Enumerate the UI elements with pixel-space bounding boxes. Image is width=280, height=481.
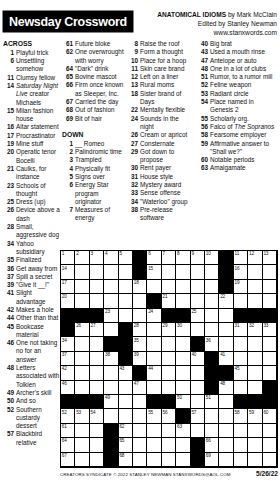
grid-cell[interactable] xyxy=(147,453,161,467)
down-clue-54: 54Place named in Genesis 2 xyxy=(197,98,277,115)
grid-cell[interactable] xyxy=(147,323,161,337)
grid-cell[interactable]: 3 xyxy=(90,251,104,265)
grid-cell[interactable] xyxy=(119,280,133,294)
grid-cell[interactable] xyxy=(176,381,190,395)
clue-number: 8 xyxy=(127,40,140,48)
grid-cell[interactable] xyxy=(205,424,219,438)
clue-number: 67 xyxy=(62,98,75,106)
grid-cell[interactable]: 47 xyxy=(133,381,147,395)
clue-number: 29 xyxy=(127,148,140,156)
grid-cell[interactable] xyxy=(205,323,219,337)
block-cell xyxy=(219,366,233,380)
grid-cell[interactable] xyxy=(248,352,262,366)
clue-number: 62 xyxy=(62,48,75,56)
grid-cell[interactable]: 17 xyxy=(61,280,75,294)
grid-cell[interactable] xyxy=(176,352,190,366)
puzzle-author: by Mark McClain xyxy=(226,11,277,18)
down-clue-55: 55Scholarly org. xyxy=(197,115,277,123)
grid-cell[interactable] xyxy=(234,381,248,395)
grid-cell[interactable] xyxy=(90,352,104,366)
cell-number: 8 xyxy=(177,251,179,256)
clue-number: 34 xyxy=(3,240,16,248)
cell-number: 16 xyxy=(235,266,240,271)
clue-number: 27 xyxy=(127,140,140,148)
across-clue-44: 44Other than that xyxy=(3,314,60,322)
across-clue-23: 23Schools of thought xyxy=(3,182,60,199)
block-cell xyxy=(147,294,161,308)
grid-cell[interactable] xyxy=(90,280,104,294)
grid-cell[interactable] xyxy=(133,294,147,308)
grid-cell[interactable]: 53 xyxy=(75,409,89,423)
grid-cell[interactable] xyxy=(104,366,118,380)
grid-cell[interactable] xyxy=(248,280,262,294)
grid-cell[interactable] xyxy=(133,424,147,438)
grid-cell[interactable]: 69 xyxy=(205,453,219,467)
grid-cell[interactable] xyxy=(162,337,176,351)
crossword-grid[interactable]: 1234567891011121314151617181920212223242… xyxy=(60,250,278,468)
grid-cell[interactable] xyxy=(75,337,89,351)
grid-cell[interactable] xyxy=(248,381,262,395)
grid-cell[interactable] xyxy=(248,438,262,452)
grid-cell[interactable] xyxy=(219,309,233,323)
clue-number: 5 xyxy=(62,173,75,181)
cell-number: 18 xyxy=(134,280,139,285)
puzzle-date: 5/26/22 xyxy=(256,470,278,477)
cell-number: 28 xyxy=(134,323,139,328)
grid-cell[interactable]: 61 xyxy=(61,424,75,438)
grid-cell[interactable]: 14 xyxy=(61,265,75,279)
grid-cell[interactable]: 12 xyxy=(248,251,262,265)
grid-cell[interactable]: 60 xyxy=(263,409,277,423)
grid-cell[interactable]: 7 xyxy=(162,251,176,265)
down-clue-31: 31House style xyxy=(127,173,193,181)
grid-cell[interactable]: 6 xyxy=(147,251,161,265)
grid-cell[interactable] xyxy=(90,265,104,279)
grid-cell[interactable]: 48 xyxy=(219,381,233,395)
grid-cell[interactable] xyxy=(176,337,190,351)
grid-cell[interactable]: 33 xyxy=(263,323,277,337)
cell-number: 38 xyxy=(105,352,110,357)
grid-cell[interactable] xyxy=(147,280,161,294)
masthead: Newsday Crossword xyxy=(2,10,134,33)
grid-cell[interactable]: 16 xyxy=(234,265,248,279)
grid-cell[interactable] xyxy=(75,381,89,395)
grid-cell[interactable]: 23 xyxy=(104,309,118,323)
clue-number: 35 xyxy=(3,256,16,264)
grid-cell[interactable] xyxy=(162,381,176,395)
clue-number: 25 xyxy=(3,198,16,206)
across-clue-50: 50And so xyxy=(3,397,60,405)
grid-cell[interactable] xyxy=(219,424,233,438)
grid-cell[interactable]: 24 xyxy=(147,309,161,323)
across-clue-34: 34Yahoo subsidiary xyxy=(3,240,60,257)
grid-cell[interactable] xyxy=(104,381,118,395)
grid-cell[interactable] xyxy=(90,366,104,380)
grid-cell[interactable] xyxy=(162,424,176,438)
block-cell xyxy=(61,395,75,409)
grid-cell[interactable]: 51 xyxy=(205,395,219,409)
grid-cell[interactable]: 15 xyxy=(147,265,161,279)
grid-cell[interactable] xyxy=(191,395,205,409)
clue-number: 6 xyxy=(3,57,16,65)
block-cell xyxy=(176,309,190,323)
grid-cell[interactable] xyxy=(119,381,133,395)
down-clue-59: 59Affirmative answer to "Shall we?" xyxy=(197,140,277,157)
clue-number: 20 xyxy=(3,148,16,156)
grid-cell[interactable] xyxy=(219,337,233,351)
grid-cell[interactable] xyxy=(191,265,205,279)
block-cell xyxy=(191,337,205,351)
cell-number: 69 xyxy=(206,453,211,458)
grid-cell[interactable] xyxy=(104,280,118,294)
grid-cell[interactable] xyxy=(263,337,277,351)
grid-cell[interactable] xyxy=(191,323,205,337)
grid-cell[interactable]: 32 xyxy=(248,323,262,337)
grid-cell[interactable]: 62 xyxy=(119,424,133,438)
grid-cell[interactable] xyxy=(147,337,161,351)
grid-cell[interactable]: 5 xyxy=(119,251,133,265)
grid-cell[interactable]: 36 xyxy=(205,337,219,351)
grid-cell[interactable] xyxy=(162,438,176,452)
clue-number: 26 xyxy=(3,206,16,214)
grid-cell[interactable] xyxy=(263,280,277,294)
grid-cell[interactable] xyxy=(263,424,277,438)
grid-cell[interactable] xyxy=(205,409,219,423)
cell-number: 15 xyxy=(148,266,153,271)
grid-cell[interactable] xyxy=(234,352,248,366)
grid-cell[interactable] xyxy=(162,453,176,467)
cell-number: 14 xyxy=(62,266,67,271)
grid-cell[interactable] xyxy=(234,424,248,438)
grid-cell[interactable] xyxy=(90,294,104,308)
block-cell xyxy=(176,409,190,423)
grid-cell[interactable] xyxy=(147,424,161,438)
cell-number: 39 xyxy=(134,352,139,357)
cell-number: 33 xyxy=(263,323,268,328)
across-clue-57: 57Blackbird relative xyxy=(3,430,60,447)
grid-cell[interactable] xyxy=(205,280,219,294)
grid-cell[interactable] xyxy=(263,453,277,467)
down-clue-33: 33Sense offense xyxy=(127,189,193,197)
grid-cell[interactable] xyxy=(191,366,205,380)
cell-number: 29 xyxy=(163,323,168,328)
grid-cell[interactable]: 68 xyxy=(119,453,133,467)
down-clue-27: 27Consternate xyxy=(127,140,193,148)
clue-number: 48 xyxy=(3,364,16,372)
grid-cell[interactable]: 59 xyxy=(248,409,262,423)
grid-cell[interactable] xyxy=(162,366,176,380)
grid-cell[interactable] xyxy=(234,453,248,467)
down-clue-1: 1__ Romeo xyxy=(62,140,125,148)
cell-number: 9 xyxy=(191,251,193,256)
grid-cell[interactable]: 20 xyxy=(61,294,75,308)
grid-cell[interactable] xyxy=(90,424,104,438)
grid-cell[interactable] xyxy=(75,438,89,452)
masthead-title: Newsday Crossword xyxy=(9,15,127,29)
down-clue-32: 32Mystery award xyxy=(127,181,193,189)
grid-cell[interactable] xyxy=(176,438,190,452)
clue-number: 1 xyxy=(62,140,75,148)
grid-cell[interactable] xyxy=(219,323,233,337)
puzzle-title: ANATOMICAL IDIOMS xyxy=(157,11,226,18)
grid-cell[interactable] xyxy=(191,294,205,308)
down-clue-2: 2Palindromic time xyxy=(62,148,125,156)
block-cell xyxy=(263,381,277,395)
grid-cell[interactable] xyxy=(104,323,118,337)
grid-cell[interactable] xyxy=(119,309,133,323)
grid-cell[interactable] xyxy=(90,438,104,452)
grid-cell[interactable] xyxy=(219,453,233,467)
grid-cell[interactable] xyxy=(133,438,147,452)
grid-cell[interactable] xyxy=(133,309,147,323)
down-clue-10: 10Place for a hoop xyxy=(127,57,193,65)
grid-cell[interactable] xyxy=(248,265,262,279)
grid-cell[interactable] xyxy=(104,409,118,423)
across-clue-6: 6Unsettling somehow xyxy=(3,57,60,74)
cell-number: 19 xyxy=(235,280,240,285)
grid-cell[interactable]: 56 xyxy=(162,409,176,423)
grid-cell[interactable]: 42 xyxy=(61,366,75,380)
grid-cell[interactable]: 27 xyxy=(90,323,104,337)
across-header: ACROSS xyxy=(3,40,60,48)
grid-cell[interactable]: 21 xyxy=(162,294,176,308)
grid-cell[interactable]: 2 xyxy=(75,251,89,265)
grid-cell[interactable] xyxy=(205,265,219,279)
grid-cell[interactable]: 26 xyxy=(75,323,89,337)
grid-cell[interactable] xyxy=(191,280,205,294)
grid-cell[interactable] xyxy=(119,265,133,279)
grid-cell[interactable]: 11 xyxy=(234,251,248,265)
cell-number: 7 xyxy=(163,251,165,256)
grid-cell[interactable] xyxy=(119,294,133,308)
grid-cell[interactable] xyxy=(205,294,219,308)
cell-number: 11 xyxy=(235,251,239,256)
grid-cell[interactable] xyxy=(75,265,89,279)
clue-number: 39 xyxy=(3,281,16,289)
across-clue-14: 14Saturday Night Live creator Michaels xyxy=(3,82,60,107)
grid-cell[interactable]: 40 xyxy=(191,352,205,366)
block-cell xyxy=(61,309,75,323)
grid-cell[interactable] xyxy=(263,294,277,308)
grid-cell[interactable] xyxy=(191,381,205,395)
down-clue-58: 58Fearsome employer xyxy=(197,131,277,139)
clue-column-2: 61Future bloke62One overwrought with wor… xyxy=(62,40,125,223)
block-cell xyxy=(104,438,118,452)
grid-cell[interactable] xyxy=(133,409,147,423)
block-cell xyxy=(234,395,248,409)
clue-number: 24 xyxy=(127,115,140,123)
grid-cell[interactable]: 57 xyxy=(191,409,205,423)
grid-cell[interactable]: 54 xyxy=(90,409,104,423)
grid-cell[interactable]: 43 xyxy=(119,366,133,380)
clue-number: 30 xyxy=(127,164,140,172)
cell-number: 27 xyxy=(91,323,96,328)
grid-cell[interactable]: 67 xyxy=(61,453,75,467)
block-cell xyxy=(263,309,277,323)
puzzle-title-line: ANATOMICAL IDIOMS by Mark McClain xyxy=(134,10,277,19)
grid-cell[interactable] xyxy=(119,409,133,423)
grid-cell[interactable]: 34 xyxy=(61,337,75,351)
block-cell xyxy=(119,337,133,351)
grid-cell[interactable]: 29 xyxy=(162,323,176,337)
across-clue-45: 45Bookcase material xyxy=(3,323,60,340)
grid-cell[interactable] xyxy=(234,337,248,351)
clue-number: 69 xyxy=(62,115,75,123)
grid-cell[interactable]: 50 xyxy=(176,395,190,409)
grid-cell[interactable]: 41 xyxy=(219,352,233,366)
clue-number: 11 xyxy=(3,74,16,82)
grid-cell[interactable]: 30 xyxy=(176,323,190,337)
grid-cell[interactable] xyxy=(191,424,205,438)
clue-number: 18 xyxy=(127,90,140,98)
grid-cell[interactable]: 31 xyxy=(234,323,248,337)
down-clue-6: 6Energy Star program originator xyxy=(62,181,125,206)
grid-cell[interactable]: 52 xyxy=(61,409,75,423)
grid-cell[interactable] xyxy=(147,352,161,366)
grid-cell[interactable] xyxy=(162,265,176,279)
clue-column-4: 40Big brat43Used a mouth rinse47Antelope… xyxy=(197,40,277,173)
clue-number: 61 xyxy=(62,40,75,48)
across-clue-35: 35Finalized xyxy=(3,256,60,264)
clue-number: 64 xyxy=(62,65,75,73)
clue-number: 68 xyxy=(62,106,75,114)
grid-cell[interactable]: 39 xyxy=(133,352,147,366)
cell-number: 12 xyxy=(249,251,254,256)
grid-cell[interactable] xyxy=(162,352,176,366)
grid-cell[interactable] xyxy=(90,453,104,467)
grid-cell[interactable] xyxy=(219,409,233,423)
byline-block: ANATOMICAL IDIOMS by Mark McClain Edited… xyxy=(134,10,277,37)
grid-cell[interactable] xyxy=(176,294,190,308)
grid-cell[interactable]: 44 xyxy=(147,366,161,380)
grid-cell[interactable]: 18 xyxy=(133,280,147,294)
grid-cell[interactable]: 13 xyxy=(263,251,277,265)
clue-number: 40 xyxy=(197,40,210,48)
grid-cell[interactable] xyxy=(75,424,89,438)
grid-cell[interactable] xyxy=(75,453,89,467)
clue-number: 1 xyxy=(3,49,16,57)
grid-cell[interactable] xyxy=(75,366,89,380)
grid-cell[interactable] xyxy=(90,381,104,395)
cell-number: 22 xyxy=(220,294,225,299)
grid-cell[interactable]: 25 xyxy=(191,309,205,323)
grid-cell[interactable] xyxy=(234,294,248,308)
grid-cell[interactable] xyxy=(133,453,147,467)
cell-number: 36 xyxy=(206,338,211,343)
grid-cell[interactable]: 38 xyxy=(104,352,118,366)
cell-number: 55 xyxy=(148,410,153,415)
grid-cell[interactable] xyxy=(176,265,190,279)
grid-cell[interactable] xyxy=(176,453,190,467)
grid-cell[interactable]: 46 xyxy=(61,381,75,395)
grid-cell[interactable]: 4 xyxy=(104,251,118,265)
grid-cell[interactable]: 22 xyxy=(219,294,233,308)
down-clue-30: 30Rent payer xyxy=(127,164,193,172)
grid-cell[interactable] xyxy=(234,438,248,452)
grid-cell[interactable]: 49 xyxy=(104,395,118,409)
grid-cell[interactable] xyxy=(147,438,161,452)
grid-cell[interactable] xyxy=(104,265,118,279)
clue-number: 48 xyxy=(197,65,210,73)
cell-number: 23 xyxy=(105,309,110,314)
grid-cell[interactable] xyxy=(263,366,277,380)
grid-cell[interactable]: 35 xyxy=(133,337,147,351)
grid-cell[interactable]: 45 xyxy=(234,366,248,380)
down-clue-8: 8Raise the roof xyxy=(127,40,193,48)
grid-cell[interactable]: 9 xyxy=(191,251,205,265)
grid-cell[interactable] xyxy=(248,294,262,308)
clue-number: 36 xyxy=(3,265,16,273)
grid-cell[interactable] xyxy=(263,265,277,279)
grid-cell[interactable] xyxy=(90,337,104,351)
grid-cell[interactable]: 63 xyxy=(176,424,190,438)
cell-number: 26 xyxy=(76,323,81,328)
grid-cell[interactable]: 65 xyxy=(119,438,133,452)
clue-number: 52 xyxy=(197,81,210,89)
clue-number: 15 xyxy=(3,107,16,115)
cell-number: 46 xyxy=(62,381,67,386)
grid-cell[interactable] xyxy=(133,395,147,409)
grid-cell[interactable] xyxy=(176,366,190,380)
grid-cell[interactable]: 58 xyxy=(234,409,248,423)
grid-cell[interactable]: 19 xyxy=(234,280,248,294)
across-clue-41: 41Slight advantage xyxy=(3,289,60,306)
grid-cell[interactable] xyxy=(162,280,176,294)
block-cell xyxy=(75,395,89,409)
clue-number: 52 xyxy=(3,406,16,414)
grid-cell[interactable] xyxy=(263,352,277,366)
grid-cell[interactable] xyxy=(219,438,233,452)
grid-cell[interactable]: 55 xyxy=(147,409,161,423)
grid-cell[interactable]: 28 xyxy=(133,323,147,337)
grid-cell[interactable] xyxy=(75,294,89,308)
clue-number: 16 xyxy=(3,123,16,131)
grid-cell[interactable] xyxy=(176,280,190,294)
grid-cell[interactable] xyxy=(205,309,219,323)
grid-cell[interactable] xyxy=(248,337,262,351)
cell-number: 24 xyxy=(148,309,153,314)
grid-cell[interactable] xyxy=(248,424,262,438)
grid-cell[interactable]: 10 xyxy=(205,251,219,265)
grid-cell[interactable]: 8 xyxy=(176,251,190,265)
grid-cell[interactable] xyxy=(248,453,262,467)
grid-cell[interactable]: 37 xyxy=(61,352,75,366)
grid-cell[interactable]: 64 xyxy=(61,438,75,452)
cell-number: 35 xyxy=(134,338,139,343)
grid-cell[interactable]: 1 xyxy=(61,251,75,265)
across-clue-37: 37Spill a secret xyxy=(3,273,60,281)
clue-number: 31 xyxy=(127,173,140,181)
clue-number: 41 xyxy=(3,289,16,297)
grid-cell[interactable] xyxy=(104,294,118,308)
clue-number: 47 xyxy=(197,57,210,65)
grid-cell[interactable] xyxy=(219,395,233,409)
across-clue-15: 15Milan fashion house xyxy=(3,107,60,124)
grid-cell[interactable] xyxy=(75,280,89,294)
cell-number: 13 xyxy=(263,251,268,256)
down-clue-12: 12Left on a liner xyxy=(127,73,193,81)
across-clue-49: 49Archer's skill xyxy=(3,389,60,397)
down-clue-11: 11Skin care brand xyxy=(127,65,193,73)
across-clue-39: 39"Give it __!" xyxy=(3,281,60,289)
grid-cell[interactable] xyxy=(75,352,89,366)
grid-cell[interactable] xyxy=(119,395,133,409)
grid-cell[interactable] xyxy=(263,438,277,452)
grid-cell[interactable] xyxy=(147,381,161,395)
grid-cell[interactable]: 66 xyxy=(205,438,219,452)
grid-cell[interactable] xyxy=(248,366,262,380)
cell-number: 2 xyxy=(76,251,78,256)
